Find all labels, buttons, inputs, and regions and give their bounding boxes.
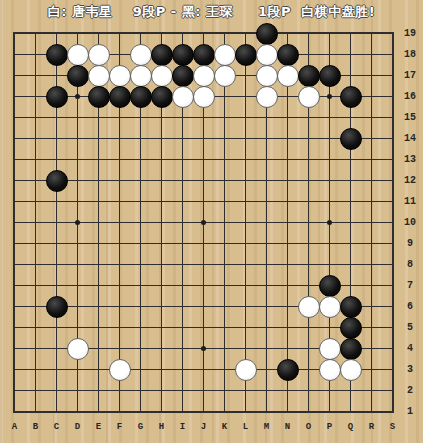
star-point	[327, 94, 332, 99]
black-stone[interactable]	[88, 86, 110, 108]
column-label: N	[277, 420, 298, 434]
white-stone[interactable]	[151, 65, 173, 87]
row-label: 18	[397, 44, 423, 65]
column-label: B	[25, 420, 46, 434]
row-label: 1	[397, 401, 423, 422]
column-label: D	[67, 420, 88, 434]
row-label: 8	[397, 254, 423, 275]
row-label: 3	[397, 359, 423, 380]
white-stone[interactable]	[109, 65, 131, 87]
column-label: A	[4, 420, 25, 434]
go-board[interactable]	[4, 23, 403, 422]
white-stone[interactable]	[109, 359, 131, 381]
white-stone[interactable]	[130, 65, 152, 87]
white-stone[interactable]	[235, 359, 257, 381]
black-stone[interactable]	[46, 170, 68, 192]
black-stone[interactable]	[256, 23, 278, 45]
column-label: O	[298, 420, 319, 434]
row-label: 13	[397, 149, 423, 170]
row-label: 10	[397, 212, 423, 233]
white-stone[interactable]	[319, 359, 341, 381]
black-stone[interactable]	[298, 65, 320, 87]
black-stone[interactable]	[193, 44, 215, 66]
white-stone[interactable]	[298, 296, 320, 318]
black-stone[interactable]	[46, 296, 68, 318]
column-label: M	[256, 420, 277, 434]
row-label: 12	[397, 170, 423, 191]
white-stone[interactable]	[214, 44, 236, 66]
black-stone[interactable]	[130, 86, 152, 108]
row-label: 14	[397, 128, 423, 149]
row-label: 19	[397, 23, 423, 44]
black-stone[interactable]	[172, 44, 194, 66]
game-info-header: 白: 唐韦星 9段P - 黑: 王琛 1段P 白棋中盘胜!	[0, 3, 423, 21]
star-point	[75, 94, 80, 99]
white-stone[interactable]	[277, 65, 299, 87]
white-stone[interactable]	[88, 65, 110, 87]
black-stone[interactable]	[235, 44, 257, 66]
column-label: J	[193, 420, 214, 434]
white-stone[interactable]	[130, 44, 152, 66]
row-label: 9	[397, 233, 423, 254]
column-label: R	[361, 420, 382, 434]
column-label: G	[130, 420, 151, 434]
row-label: 7	[397, 275, 423, 296]
row-label: 6	[397, 296, 423, 317]
white-stone[interactable]	[172, 86, 194, 108]
column-label: S	[382, 420, 403, 434]
white-stone[interactable]	[256, 86, 278, 108]
row-label: 4	[397, 338, 423, 359]
column-label: C	[46, 420, 67, 434]
black-stone[interactable]	[151, 44, 173, 66]
black-stone[interactable]	[46, 44, 68, 66]
column-label: H	[151, 420, 172, 434]
white-stone[interactable]	[319, 296, 341, 318]
white-stone[interactable]	[214, 65, 236, 87]
white-stone[interactable]	[256, 44, 278, 66]
go-game-viewer: 白: 唐韦星 9段P - 黑: 王琛 1段P 白棋中盘胜! ABCDEFGHIJ…	[0, 0, 423, 443]
white-stone[interactable]	[298, 86, 320, 108]
black-stone[interactable]	[277, 44, 299, 66]
black-stone[interactable]	[109, 86, 131, 108]
black-stone[interactable]	[340, 338, 362, 360]
row-coordinates: 19181716151413121110987654321	[397, 23, 423, 422]
white-stone[interactable]	[319, 338, 341, 360]
column-label: Q	[340, 420, 361, 434]
row-label: 5	[397, 317, 423, 338]
black-stone[interactable]	[46, 86, 68, 108]
black-stone[interactable]	[151, 86, 173, 108]
star-point	[201, 346, 206, 351]
black-stone[interactable]	[340, 317, 362, 339]
black-stone[interactable]	[172, 65, 194, 87]
black-stone[interactable]	[340, 128, 362, 150]
column-label: I	[172, 420, 193, 434]
column-label: L	[235, 420, 256, 434]
star-point	[75, 220, 80, 225]
column-label: P	[319, 420, 340, 434]
white-stone[interactable]	[256, 65, 278, 87]
white-stone[interactable]	[67, 338, 89, 360]
row-label: 17	[397, 65, 423, 86]
row-label: 15	[397, 107, 423, 128]
black-stone[interactable]	[67, 65, 89, 87]
black-stone[interactable]	[319, 275, 341, 297]
black-stone[interactable]	[277, 359, 299, 381]
white-stone[interactable]	[340, 359, 362, 381]
white-stone[interactable]	[88, 44, 110, 66]
column-label: F	[109, 420, 130, 434]
column-coordinates: ABCDEFGHIJKLMNOPQRS	[4, 420, 403, 434]
row-label: 2	[397, 380, 423, 401]
star-point	[327, 220, 332, 225]
black-stone[interactable]	[340, 296, 362, 318]
column-label: E	[88, 420, 109, 434]
white-stone[interactable]	[193, 65, 215, 87]
black-stone[interactable]	[319, 65, 341, 87]
black-stone[interactable]	[340, 86, 362, 108]
white-stone[interactable]	[67, 44, 89, 66]
row-label: 11	[397, 191, 423, 212]
column-label: K	[214, 420, 235, 434]
white-stone[interactable]	[193, 86, 215, 108]
row-label: 16	[397, 86, 423, 107]
star-point	[201, 220, 206, 225]
